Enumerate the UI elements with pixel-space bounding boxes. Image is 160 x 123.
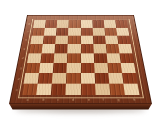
square-h5[interactable]	[118, 44, 132, 53]
square-h7[interactable]	[116, 28, 129, 36]
rank-label-5: 5	[23, 48, 25, 50]
square-e5[interactable]	[81, 44, 94, 53]
square-a6[interactable]	[30, 36, 44, 44]
square-c3[interactable]	[53, 63, 67, 73]
square-f7[interactable]	[92, 28, 105, 36]
square-b7[interactable]	[44, 28, 57, 36]
square-d6[interactable]	[68, 36, 81, 44]
square-c1[interactable]	[51, 84, 66, 96]
square-b1[interactable]	[36, 84, 52, 96]
square-f8[interactable]	[92, 20, 104, 28]
square-b3[interactable]	[39, 63, 54, 73]
square-g4[interactable]	[106, 53, 120, 63]
square-g2[interactable]	[108, 73, 123, 84]
square-b4[interactable]	[40, 53, 54, 63]
square-g7[interactable]	[104, 28, 117, 36]
rank-label-8: 8	[28, 23, 29, 24]
square-f1[interactable]	[95, 84, 110, 96]
square-d5[interactable]	[68, 44, 81, 53]
square-f4[interactable]	[93, 53, 107, 63]
square-h3[interactable]	[121, 63, 136, 73]
board-grid	[22, 20, 140, 95]
square-e3[interactable]	[81, 63, 95, 73]
square-d7[interactable]	[68, 28, 80, 36]
square-f5[interactable]	[93, 44, 106, 53]
square-g8[interactable]	[104, 20, 116, 28]
file-label-h: h	[133, 99, 135, 101]
square-d1[interactable]	[66, 84, 81, 96]
square-h8[interactable]	[115, 20, 128, 28]
square-e7[interactable]	[81, 28, 93, 36]
square-c6[interactable]	[55, 36, 68, 44]
file-label-f: f	[103, 99, 104, 101]
square-h4[interactable]	[119, 53, 134, 63]
square-c4[interactable]	[54, 53, 68, 63]
square-c8[interactable]	[57, 20, 69, 28]
square-f2[interactable]	[94, 73, 109, 84]
file-label-b: b	[42, 99, 44, 101]
square-h2[interactable]	[122, 73, 138, 84]
file-label-g: g	[118, 99, 120, 101]
rank-label-2: 2	[17, 78, 19, 80]
square-b2[interactable]	[38, 73, 53, 84]
square-e1[interactable]	[81, 84, 96, 96]
rank-label-3: 3	[19, 68, 21, 70]
square-e6[interactable]	[81, 36, 94, 44]
file-label-a: a	[27, 99, 29, 101]
square-g6[interactable]	[105, 36, 118, 44]
rank-label-7: 7	[27, 31, 29, 32]
square-f6[interactable]	[93, 36, 106, 44]
square-c7[interactable]	[56, 28, 69, 36]
board-side-edge	[9, 104, 152, 110]
square-e2[interactable]	[81, 73, 95, 84]
square-g5[interactable]	[106, 44, 120, 53]
chessboard: 87654321abcdefgh	[9, 15, 152, 104]
file-label-d: d	[73, 99, 75, 101]
square-a1[interactable]	[22, 84, 38, 96]
rank-label-6: 6	[25, 39, 27, 41]
square-d4[interactable]	[67, 53, 80, 63]
rank-label-1: 1	[15, 90, 17, 92]
square-d3[interactable]	[67, 63, 81, 73]
square-f3[interactable]	[94, 63, 108, 73]
square-d8[interactable]	[69, 20, 81, 28]
photo-background: 87654321abcdefgh	[0, 0, 160, 123]
square-c2[interactable]	[52, 73, 67, 84]
square-a3[interactable]	[25, 63, 40, 73]
rank-label-4: 4	[21, 58, 23, 60]
file-label-e: e	[88, 99, 90, 101]
square-b6[interactable]	[43, 36, 56, 44]
square-a5[interactable]	[29, 44, 43, 53]
square-a2[interactable]	[24, 73, 40, 84]
file-label-c: c	[57, 99, 59, 101]
square-e4[interactable]	[81, 53, 94, 63]
square-c5[interactable]	[55, 44, 68, 53]
square-a4[interactable]	[27, 53, 42, 63]
square-g1[interactable]	[109, 84, 125, 96]
square-h1[interactable]	[123, 84, 139, 96]
square-e8[interactable]	[81, 20, 93, 28]
square-g3[interactable]	[107, 63, 122, 73]
square-d2[interactable]	[66, 73, 80, 84]
square-b5[interactable]	[42, 44, 56, 53]
board-frame: 87654321abcdefgh	[9, 15, 152, 104]
square-b8[interactable]	[45, 20, 57, 28]
square-h6[interactable]	[117, 36, 131, 44]
